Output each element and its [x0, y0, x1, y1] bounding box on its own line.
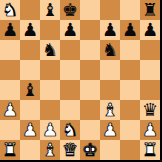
- square-g3[interactable]: [120, 100, 140, 120]
- black-bishop-c8[interactable]: ♝: [42, 0, 58, 20]
- black-pawn-h7[interactable]: ♟: [142, 20, 158, 40]
- white-pawn-b2[interactable]: ♟: [22, 120, 38, 140]
- square-b8[interactable]: [20, 0, 40, 20]
- square-c5[interactable]: [40, 60, 60, 80]
- square-e6[interactable]: [80, 40, 100, 60]
- square-c3[interactable]: [40, 100, 60, 120]
- square-d6[interactable]: [60, 40, 80, 60]
- square-c8[interactable]: ♝: [40, 0, 60, 20]
- black-king-d8[interactable]: ♚: [62, 0, 78, 20]
- square-a7[interactable]: ♟: [0, 20, 20, 40]
- square-b1[interactable]: [20, 140, 40, 160]
- white-king-e1[interactable]: ♚: [82, 140, 98, 160]
- square-h6[interactable]: [140, 40, 160, 60]
- square-c1[interactable]: ♝: [40, 140, 60, 160]
- square-b7[interactable]: ♟: [20, 20, 40, 40]
- square-a6[interactable]: [0, 40, 20, 60]
- white-pawn-c2[interactable]: ♟: [42, 120, 58, 140]
- square-a2[interactable]: [0, 120, 20, 140]
- square-e4[interactable]: [80, 80, 100, 100]
- square-c7[interactable]: [40, 20, 60, 40]
- chess-board-frame: ♞♝♚♜♟♟♟♟♟♟♞♞♝♟♝♛♟♟♞♟♟♜♝♛♚♜: [0, 0, 162, 162]
- black-pawn-b7[interactable]: ♟: [22, 20, 38, 40]
- square-b3[interactable]: [20, 100, 40, 120]
- square-b2[interactable]: ♟: [20, 120, 40, 140]
- square-f7[interactable]: ♟: [100, 20, 120, 40]
- square-a8[interactable]: ♞: [0, 0, 20, 20]
- white-pawn-a3[interactable]: ♟: [2, 100, 18, 120]
- square-g2[interactable]: [120, 120, 140, 140]
- square-b6[interactable]: [20, 40, 40, 60]
- black-knight-f6[interactable]: ♞: [102, 40, 118, 60]
- white-pawn-f2[interactable]: ♟: [102, 120, 118, 140]
- white-bishop-c1[interactable]: ♝: [42, 140, 58, 160]
- square-f1[interactable]: [100, 140, 120, 160]
- square-h7[interactable]: ♟: [140, 20, 160, 40]
- chess-board: ♞♝♚♜♟♟♟♟♟♟♞♞♝♟♝♛♟♟♞♟♟♜♝♛♚♜: [0, 0, 160, 160]
- square-c6[interactable]: ♞: [40, 40, 60, 60]
- square-e8[interactable]: [80, 0, 100, 20]
- square-f2[interactable]: ♟: [100, 120, 120, 140]
- square-e7[interactable]: [80, 20, 100, 40]
- square-e3[interactable]: [80, 100, 100, 120]
- white-queen-d1[interactable]: ♛: [62, 140, 78, 160]
- square-a3[interactable]: ♟: [0, 100, 20, 120]
- square-f8[interactable]: [100, 0, 120, 20]
- black-pawn-a7[interactable]: ♟: [2, 20, 18, 40]
- black-pawn-f7[interactable]: ♟: [102, 20, 118, 40]
- black-pawn-d7[interactable]: ♟: [62, 20, 78, 40]
- square-g5[interactable]: [120, 60, 140, 80]
- square-g1[interactable]: [120, 140, 140, 160]
- square-g4[interactable]: [120, 80, 140, 100]
- square-g8[interactable]: [120, 0, 140, 20]
- black-bishop-b4[interactable]: ♝: [22, 80, 38, 100]
- white-knight-d2[interactable]: ♞: [62, 120, 78, 140]
- square-d5[interactable]: [60, 60, 80, 80]
- square-f5[interactable]: [100, 60, 120, 80]
- square-g7[interactable]: ♟: [120, 20, 140, 40]
- square-e1[interactable]: ♚: [80, 140, 100, 160]
- square-d2[interactable]: ♞: [60, 120, 80, 140]
- square-g6[interactable]: [120, 40, 140, 60]
- white-pawn-h2[interactable]: ♟: [142, 120, 158, 140]
- square-b5[interactable]: [20, 60, 40, 80]
- square-f3[interactable]: ♝: [100, 100, 120, 120]
- square-a4[interactable]: [0, 80, 20, 100]
- square-h4[interactable]: [140, 80, 160, 100]
- white-knight-a8[interactable]: ♞: [2, 0, 18, 20]
- square-d3[interactable]: [60, 100, 80, 120]
- white-bishop-f3[interactable]: ♝: [102, 100, 118, 120]
- square-d7[interactable]: ♟: [60, 20, 80, 40]
- square-a1[interactable]: ♜: [0, 140, 20, 160]
- white-rook-h1[interactable]: ♜: [142, 140, 158, 160]
- black-queen-h3[interactable]: ♛: [142, 100, 158, 120]
- square-c4[interactable]: [40, 80, 60, 100]
- square-b4[interactable]: ♝: [20, 80, 40, 100]
- square-f6[interactable]: ♞: [100, 40, 120, 60]
- square-h3[interactable]: ♛: [140, 100, 160, 120]
- square-d8[interactable]: ♚: [60, 0, 80, 20]
- square-c2[interactable]: ♟: [40, 120, 60, 140]
- black-pawn-g7[interactable]: ♟: [122, 20, 138, 40]
- black-rook-h8[interactable]: ♜: [142, 0, 158, 20]
- square-h5[interactable]: [140, 60, 160, 80]
- square-e2[interactable]: [80, 120, 100, 140]
- square-d1[interactable]: ♛: [60, 140, 80, 160]
- square-e5[interactable]: [80, 60, 100, 80]
- square-h1[interactable]: ♜: [140, 140, 160, 160]
- square-a5[interactable]: [0, 60, 20, 80]
- black-knight-c6[interactable]: ♞: [42, 40, 58, 60]
- square-h8[interactable]: ♜: [140, 0, 160, 20]
- square-h2[interactable]: ♟: [140, 120, 160, 140]
- square-d4[interactable]: [60, 80, 80, 100]
- white-rook-a1[interactable]: ♜: [2, 140, 18, 160]
- square-f4[interactable]: [100, 80, 120, 100]
